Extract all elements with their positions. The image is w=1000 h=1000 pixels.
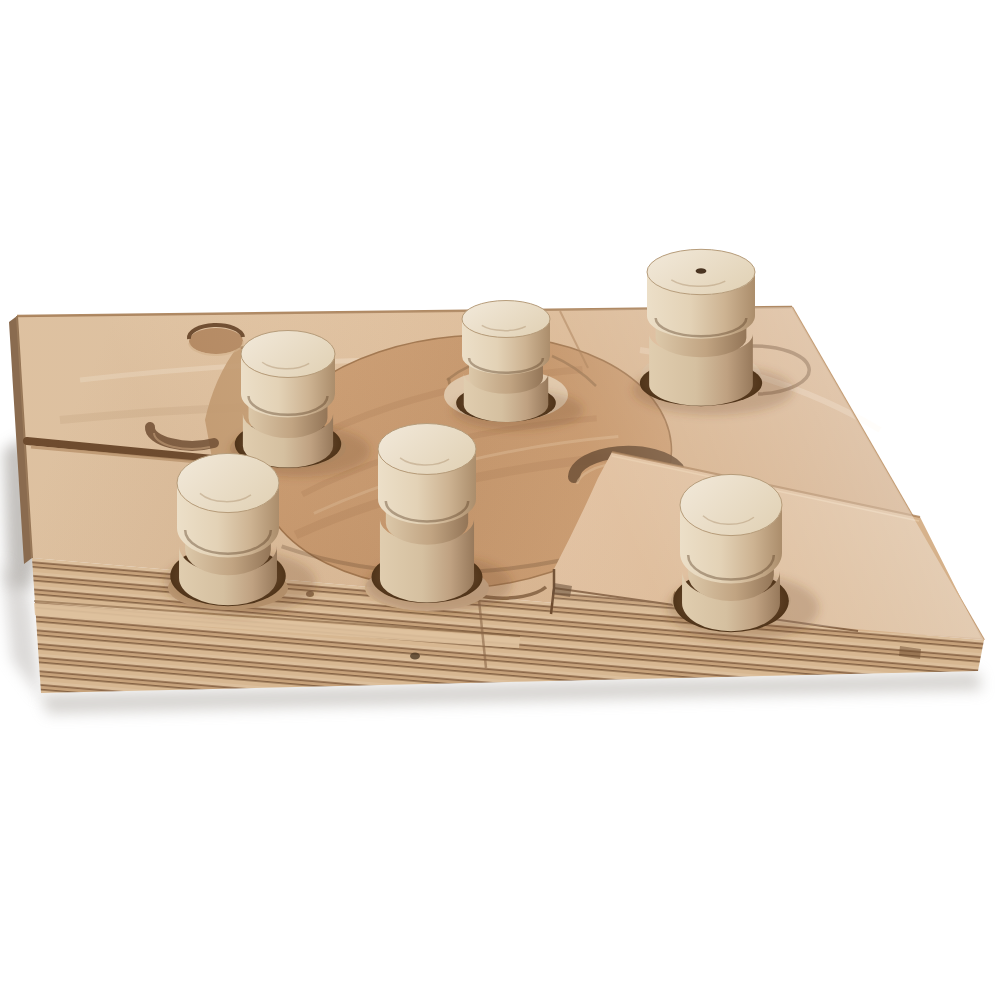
product-photo (0, 0, 1000, 1000)
peg-top-face (241, 331, 335, 378)
front-edge-hole (410, 653, 420, 660)
peg-top-face (378, 424, 476, 475)
puzzle-scene (0, 0, 1000, 1000)
peg-top-face (680, 474, 782, 535)
peg-top-hole (696, 268, 707, 273)
peg-top-face (462, 301, 550, 338)
peg-top-face (177, 453, 279, 512)
